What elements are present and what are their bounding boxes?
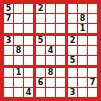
cell-r9c6[interactable] <box>56 88 67 97</box>
cell-r5c5[interactable]: 4 <box>46 46 55 55</box>
sudoku-board: 52781352845186743 <box>0 0 101 101</box>
cell-r9c2[interactable] <box>14 88 23 97</box>
cell-r2c9[interactable] <box>88 14 97 23</box>
cell-r6c4[interactable] <box>36 56 45 67</box>
cell-r4c5[interactable] <box>46 36 55 45</box>
cell-r1c9[interactable] <box>88 4 97 13</box>
cell-r7c1[interactable] <box>4 68 13 77</box>
cell-r2c4[interactable] <box>36 14 45 23</box>
cell-r7c7[interactable] <box>68 68 77 77</box>
cell-r8c1[interactable] <box>4 78 13 87</box>
cell-r7c8[interactable] <box>78 68 87 77</box>
cell-r6c8[interactable] <box>78 56 87 67</box>
cell-r6c9[interactable] <box>88 56 97 67</box>
cell-r3c9[interactable] <box>88 24 97 35</box>
cell-r4c7[interactable]: 2 <box>68 36 77 45</box>
cell-r4c1[interactable]: 3 <box>4 36 13 45</box>
cell-r1c7[interactable] <box>68 4 77 13</box>
cell-r9c7[interactable]: 3 <box>68 88 77 97</box>
cell-r5c2[interactable]: 8 <box>14 46 23 55</box>
cell-r6c3[interactable] <box>24 56 35 67</box>
cell-r3c5[interactable] <box>46 24 55 35</box>
cell-r2c5[interactable] <box>46 14 55 23</box>
cell-r3c2[interactable] <box>14 24 23 35</box>
cell-r5c8[interactable] <box>78 46 87 55</box>
cell-r2c7[interactable] <box>68 14 77 23</box>
cell-r2c8[interactable]: 8 <box>78 14 87 23</box>
cell-r5c6[interactable] <box>56 46 67 55</box>
cell-r5c1[interactable] <box>4 46 13 55</box>
cell-r4c8[interactable] <box>78 36 87 45</box>
cell-r2c3[interactable] <box>24 14 35 23</box>
cell-r3c6[interactable] <box>56 24 67 35</box>
cell-r6c2[interactable] <box>14 56 23 67</box>
cell-r8c4[interactable]: 6 <box>36 78 45 87</box>
cell-r4c3[interactable] <box>24 36 35 45</box>
cell-r1c6[interactable] <box>56 4 67 13</box>
cell-r7c2[interactable]: 1 <box>14 68 23 77</box>
cell-r9c3[interactable]: 4 <box>24 88 35 97</box>
cell-r1c5[interactable] <box>46 4 55 13</box>
cell-r3c7[interactable] <box>68 24 77 35</box>
cell-r4c6[interactable] <box>56 36 67 45</box>
cell-r1c3[interactable] <box>24 4 35 13</box>
cell-r7c4[interactable] <box>36 68 45 77</box>
cell-r2c6[interactable] <box>56 14 67 23</box>
cell-r6c7[interactable]: 5 <box>68 56 77 67</box>
cell-r5c9[interactable] <box>88 46 97 55</box>
cell-r5c3[interactable] <box>24 46 35 55</box>
cell-r6c6[interactable] <box>56 56 67 67</box>
cell-r2c1[interactable]: 7 <box>4 14 13 23</box>
cell-r2c2[interactable] <box>14 14 23 23</box>
cell-r7c3[interactable] <box>24 68 35 77</box>
cell-r7c6[interactable] <box>56 68 67 77</box>
cell-r4c4[interactable]: 5 <box>36 36 45 45</box>
cell-r6c5[interactable] <box>46 56 55 67</box>
cell-r9c5[interactable] <box>46 88 55 97</box>
cell-r9c1[interactable] <box>4 88 13 97</box>
cell-r9c9[interactable] <box>88 88 97 97</box>
cell-r1c1[interactable]: 5 <box>4 4 13 13</box>
cell-r4c2[interactable] <box>14 36 23 45</box>
cell-r9c8[interactable] <box>78 88 87 97</box>
cell-r8c6[interactable] <box>56 78 67 87</box>
cell-r8c3[interactable] <box>24 78 35 87</box>
cell-r3c1[interactable] <box>4 24 13 35</box>
cell-r8c2[interactable] <box>14 78 23 87</box>
cell-r5c7[interactable] <box>68 46 77 55</box>
cell-r1c8[interactable] <box>78 4 87 13</box>
cell-r8c8[interactable] <box>78 78 87 87</box>
cell-r8c9[interactable]: 7 <box>88 78 97 87</box>
cell-r8c5[interactable] <box>46 78 55 87</box>
cell-r3c3[interactable] <box>24 24 35 35</box>
cell-r7c5[interactable]: 8 <box>46 68 55 77</box>
cell-r7c9[interactable] <box>88 68 97 77</box>
cell-r1c2[interactable] <box>14 4 23 13</box>
cell-r3c4[interactable] <box>36 24 45 35</box>
cell-r1c4[interactable]: 2 <box>36 4 45 13</box>
cell-r9c4[interactable] <box>36 88 45 97</box>
cell-r5c4[interactable] <box>36 46 45 55</box>
cell-r3c8[interactable]: 1 <box>78 24 87 35</box>
cell-r6c1[interactable] <box>4 56 13 67</box>
cell-r4c9[interactable] <box>88 36 97 45</box>
cell-r8c7[interactable] <box>68 78 77 87</box>
